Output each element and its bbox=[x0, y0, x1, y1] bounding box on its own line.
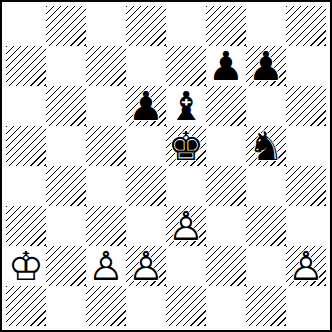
square-c6[interactable] bbox=[86, 86, 126, 126]
square-b3[interactable] bbox=[46, 206, 86, 246]
square-h6[interactable] bbox=[286, 86, 326, 126]
square-h4[interactable] bbox=[286, 166, 326, 206]
square-b7[interactable] bbox=[46, 46, 86, 86]
white-pawn-piece: ♟♙ bbox=[286, 246, 326, 286]
square-f4[interactable] bbox=[206, 166, 246, 206]
black-pawn-glyph: ♟ bbox=[206, 46, 246, 86]
white-king-glyph: ♔ bbox=[6, 246, 46, 286]
square-g5[interactable]: ♞♞ bbox=[246, 126, 286, 166]
square-c8[interactable] bbox=[86, 6, 126, 46]
square-a4[interactable] bbox=[6, 166, 46, 206]
black-pawn-piece: ♟♟ bbox=[126, 86, 166, 126]
white-pawn-glyph: ♙ bbox=[126, 246, 166, 286]
white-pawn-glyph: ♙ bbox=[286, 246, 326, 286]
square-a5[interactable] bbox=[6, 126, 46, 166]
square-e2[interactable] bbox=[166, 246, 206, 286]
square-f8[interactable] bbox=[206, 6, 246, 46]
square-b8[interactable] bbox=[46, 6, 86, 46]
square-c2[interactable]: ♟♙ bbox=[86, 246, 126, 286]
square-a7[interactable] bbox=[6, 46, 46, 86]
white-pawn-glyph: ♙ bbox=[86, 246, 126, 286]
square-e7[interactable] bbox=[166, 46, 206, 86]
black-pawn-piece: ♟♟ bbox=[246, 46, 286, 86]
square-f3[interactable] bbox=[206, 206, 246, 246]
square-e6[interactable]: ♝♝ bbox=[166, 86, 206, 126]
chess-board: ♟♟♟♟♟♟♝♝♚♚♞♞♟♙♚♔♟♙♟♙♟♙ bbox=[6, 6, 326, 326]
square-f1[interactable] bbox=[206, 286, 246, 326]
white-king-piece: ♚♔ bbox=[6, 246, 46, 286]
black-pawn-glyph: ♟ bbox=[246, 46, 286, 86]
square-c4[interactable] bbox=[86, 166, 126, 206]
square-e1[interactable] bbox=[166, 286, 206, 326]
square-h5[interactable] bbox=[286, 126, 326, 166]
black-knight-piece: ♞♞ bbox=[246, 126, 286, 166]
square-g8[interactable] bbox=[246, 6, 286, 46]
black-knight-glyph: ♞ bbox=[246, 126, 286, 166]
square-b2[interactable] bbox=[46, 246, 86, 286]
square-d8[interactable] bbox=[126, 6, 166, 46]
square-b4[interactable] bbox=[46, 166, 86, 206]
square-f6[interactable] bbox=[206, 86, 246, 126]
square-a2[interactable]: ♚♔ bbox=[6, 246, 46, 286]
square-e4[interactable] bbox=[166, 166, 206, 206]
square-g6[interactable] bbox=[246, 86, 286, 126]
square-g7[interactable]: ♟♟ bbox=[246, 46, 286, 86]
square-a1[interactable] bbox=[6, 286, 46, 326]
square-g3[interactable] bbox=[246, 206, 286, 246]
square-h1[interactable] bbox=[286, 286, 326, 326]
square-d1[interactable] bbox=[126, 286, 166, 326]
black-pawn-piece: ♟♟ bbox=[206, 46, 246, 86]
square-d3[interactable] bbox=[126, 206, 166, 246]
square-d2[interactable]: ♟♙ bbox=[126, 246, 166, 286]
square-h3[interactable] bbox=[286, 206, 326, 246]
black-king-glyph: ♚ bbox=[166, 126, 206, 166]
square-e8[interactable] bbox=[166, 6, 206, 46]
square-c7[interactable] bbox=[86, 46, 126, 86]
square-b1[interactable] bbox=[46, 286, 86, 326]
square-a8[interactable] bbox=[6, 6, 46, 46]
square-g1[interactable] bbox=[246, 286, 286, 326]
square-d7[interactable] bbox=[126, 46, 166, 86]
white-pawn-piece: ♟♙ bbox=[166, 206, 206, 246]
square-e3[interactable]: ♟♙ bbox=[166, 206, 206, 246]
square-c3[interactable] bbox=[86, 206, 126, 246]
square-a3[interactable] bbox=[6, 206, 46, 246]
square-b6[interactable] bbox=[46, 86, 86, 126]
square-c1[interactable] bbox=[86, 286, 126, 326]
square-c5[interactable] bbox=[86, 126, 126, 166]
square-d5[interactable] bbox=[126, 126, 166, 166]
square-f5[interactable] bbox=[206, 126, 246, 166]
square-a6[interactable] bbox=[6, 86, 46, 126]
white-pawn-glyph: ♙ bbox=[166, 206, 206, 246]
white-pawn-piece: ♟♙ bbox=[126, 246, 166, 286]
square-e5[interactable]: ♚♚ bbox=[166, 126, 206, 166]
square-d4[interactable] bbox=[126, 166, 166, 206]
chess-diagram-frame: ♟♟♟♟♟♟♝♝♚♚♞♞♟♙♚♔♟♙♟♙♟♙ bbox=[0, 0, 332, 332]
square-h8[interactable] bbox=[286, 6, 326, 46]
square-h7[interactable] bbox=[286, 46, 326, 86]
black-king-piece: ♚♚ bbox=[166, 126, 206, 166]
square-g4[interactable] bbox=[246, 166, 286, 206]
square-g2[interactable] bbox=[246, 246, 286, 286]
square-f7[interactable]: ♟♟ bbox=[206, 46, 246, 86]
white-pawn-piece: ♟♙ bbox=[86, 246, 126, 286]
square-h2[interactable]: ♟♙ bbox=[286, 246, 326, 286]
black-bishop-piece: ♝♝ bbox=[166, 86, 206, 126]
black-bishop-glyph: ♝ bbox=[166, 86, 206, 126]
square-d6[interactable]: ♟♟ bbox=[126, 86, 166, 126]
square-b5[interactable] bbox=[46, 126, 86, 166]
square-f2[interactable] bbox=[206, 246, 246, 286]
black-pawn-glyph: ♟ bbox=[126, 86, 166, 126]
